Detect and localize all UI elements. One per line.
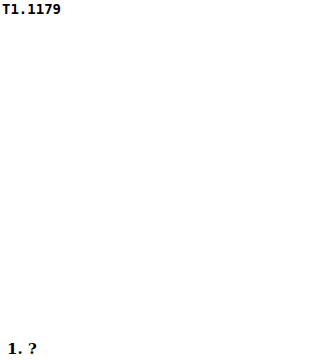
chess-board: [0, 18, 320, 338]
move-prompt: 1. ?: [0, 338, 320, 360]
chess-puzzle-app: T1.1179 1. ?: [0, 0, 320, 360]
puzzle-title: T1.1179: [0, 0, 320, 18]
